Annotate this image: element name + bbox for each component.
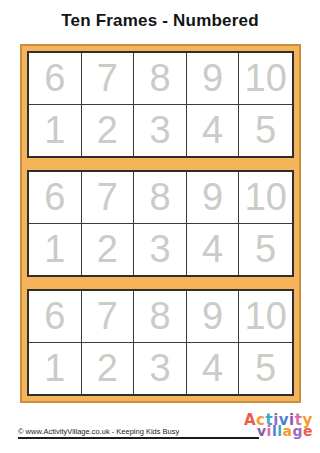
ten-frame-cell: 4	[187, 224, 240, 276]
ten-frame-cell: 8	[134, 291, 187, 343]
footer-rule	[18, 437, 259, 439]
ten-frame-cell: 4	[187, 105, 240, 157]
ten-frame-cell: 7	[82, 53, 135, 105]
copyright-text: © www.ActivityVillage.co.uk - Keeping Ki…	[18, 427, 179, 436]
logo-letter: A	[244, 411, 256, 429]
ten-frame-cell: 4	[187, 343, 240, 395]
ten-frame-cell: 3	[134, 343, 187, 395]
logo-letter: a	[283, 423, 293, 439]
ten-frame-2: 67891012345	[27, 170, 294, 277]
ten-frame-cell: 9	[187, 53, 240, 105]
ten-frame-cell: 9	[187, 291, 240, 343]
page-title: Ten Frames - Numbered	[0, 11, 320, 31]
ten-frame-1: 67891012345	[27, 51, 294, 158]
ten-frame-cell: 10	[239, 172, 292, 224]
ten-frame-3: 67891012345	[27, 289, 294, 396]
ten-frame-cell: 8	[134, 53, 187, 105]
ten-frame-cell: 2	[82, 105, 135, 157]
ten-frame-cell: 2	[82, 224, 135, 276]
logo-word-village: village	[257, 424, 313, 438]
logo-letter: e	[303, 423, 313, 439]
ten-frame-cell: 1	[29, 105, 82, 157]
ten-frame-cell: 7	[82, 172, 135, 224]
ten-frame-cell: 5	[239, 343, 292, 395]
ten-frame-cell: 5	[239, 224, 292, 276]
ten-frame-cell: 9	[187, 172, 240, 224]
logo-letter: g	[292, 423, 303, 439]
ten-frame-cell: 6	[29, 53, 82, 105]
ten-frame-cell: 3	[134, 105, 187, 157]
ten-frame-cell: 10	[239, 53, 292, 105]
logo-letter: v	[257, 423, 267, 439]
ten-frame-cell: 2	[82, 343, 135, 395]
ten-frame-cell: 1	[29, 224, 82, 276]
ten-frame-cell: 6	[29, 291, 82, 343]
ten-frame-cell: 5	[239, 105, 292, 157]
ten-frame-cell: 3	[134, 224, 187, 276]
ten-frame-cell: 7	[82, 291, 135, 343]
ten-frames-board: 67891012345 67891012345 67891012345	[20, 44, 301, 403]
ten-frame-cell: 10	[239, 291, 292, 343]
ten-frame-cell: 8	[134, 172, 187, 224]
ten-frame-cell: 6	[29, 172, 82, 224]
ten-frame-cell: 1	[29, 343, 82, 395]
activity-village-logo: Activity village	[244, 413, 313, 438]
